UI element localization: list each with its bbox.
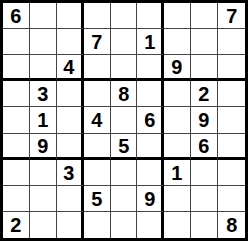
cell-r9c4[interactable] xyxy=(84,212,111,238)
cell-r3c2[interactable] xyxy=(30,55,57,81)
cell-r5c1[interactable] xyxy=(3,107,30,133)
cell-r2c3[interactable] xyxy=(57,29,84,55)
cell-r7c5[interactable] xyxy=(111,160,138,186)
cell-r9c1[interactable]: 2 xyxy=(3,212,30,238)
cell-r2c2[interactable] xyxy=(30,29,57,55)
cell-r8c4[interactable]: 5 xyxy=(84,186,111,212)
cell-r6c3[interactable] xyxy=(57,134,84,160)
cell-r3c9[interactable] xyxy=(218,55,245,81)
cell-r6c2[interactable]: 9 xyxy=(30,134,57,160)
cell-r2c4[interactable]: 7 xyxy=(84,29,111,55)
cell-r5c5[interactable] xyxy=(111,107,138,133)
cell-r8c7[interactable] xyxy=(164,186,191,212)
given-digit: 6 xyxy=(10,5,21,26)
cell-r9c9[interactable]: 8 xyxy=(218,212,245,238)
cell-r4c8[interactable]: 2 xyxy=(191,81,218,107)
cell-r9c2[interactable] xyxy=(30,212,57,238)
given-digit: 2 xyxy=(199,83,210,104)
cell-r2c1[interactable] xyxy=(3,29,30,55)
given-digit: 7 xyxy=(226,5,237,26)
cell-r9c3[interactable] xyxy=(57,212,84,238)
cell-r2c6[interactable]: 1 xyxy=(137,29,164,55)
cell-r2c5[interactable] xyxy=(111,29,138,55)
cell-r4c4[interactable] xyxy=(84,81,111,107)
cell-r1c5[interactable] xyxy=(111,3,138,29)
cell-r1c3[interactable] xyxy=(57,3,84,29)
cell-r7c1[interactable] xyxy=(3,160,30,186)
cell-r6c8[interactable]: 6 xyxy=(191,134,218,160)
cell-r6c6[interactable] xyxy=(137,134,164,160)
cell-r1c8[interactable] xyxy=(191,3,218,29)
cell-r3c6[interactable] xyxy=(137,55,164,81)
cell-r3c3[interactable]: 4 xyxy=(57,55,84,81)
given-digit: 1 xyxy=(37,109,48,130)
cell-r6c1[interactable] xyxy=(3,134,30,160)
given-digit: 3 xyxy=(37,83,48,104)
cell-r6c4[interactable] xyxy=(84,134,111,160)
cell-r4c7[interactable] xyxy=(164,81,191,107)
cell-r1c6[interactable] xyxy=(137,3,164,29)
cell-r8c1[interactable] xyxy=(3,186,30,212)
given-digit: 1 xyxy=(172,162,183,183)
cell-r5c2[interactable]: 1 xyxy=(30,107,57,133)
cell-r5c6[interactable]: 6 xyxy=(137,107,164,133)
cell-r1c1[interactable]: 6 xyxy=(3,3,30,29)
cell-r8c6[interactable]: 9 xyxy=(137,186,164,212)
cell-r4c6[interactable] xyxy=(137,81,164,107)
cell-r8c5[interactable] xyxy=(111,186,138,212)
cell-r7c3[interactable]: 3 xyxy=(57,160,84,186)
given-digit: 6 xyxy=(199,135,210,156)
cell-r9c7[interactable] xyxy=(164,212,191,238)
cell-r5c3[interactable] xyxy=(57,107,84,133)
given-digit: 9 xyxy=(144,188,155,209)
cell-r1c2[interactable] xyxy=(30,3,57,29)
given-digit: 8 xyxy=(118,83,129,104)
cell-r9c8[interactable] xyxy=(191,212,218,238)
sudoku-board: 6771493821469956315928 xyxy=(0,0,248,241)
cell-r2c9[interactable] xyxy=(218,29,245,55)
cell-r5c4[interactable]: 4 xyxy=(84,107,111,133)
given-digit: 1 xyxy=(144,31,155,52)
cell-r4c9[interactable] xyxy=(218,81,245,107)
cell-r8c8[interactable] xyxy=(191,186,218,212)
given-digit: 4 xyxy=(63,56,74,77)
given-digit: 9 xyxy=(199,109,210,130)
cell-r7c2[interactable] xyxy=(30,160,57,186)
given-digit: 9 xyxy=(172,56,183,77)
cell-r7c4[interactable] xyxy=(84,160,111,186)
cell-r5c7[interactable] xyxy=(164,107,191,133)
given-digit: 5 xyxy=(91,188,102,209)
cell-r2c7[interactable] xyxy=(164,29,191,55)
cell-r3c1[interactable] xyxy=(3,55,30,81)
cell-r6c9[interactable] xyxy=(218,134,245,160)
cell-r3c5[interactable] xyxy=(111,55,138,81)
given-digit: 3 xyxy=(63,162,74,183)
cell-r9c5[interactable] xyxy=(111,212,138,238)
given-digit: 7 xyxy=(91,31,102,52)
cell-r4c5[interactable]: 8 xyxy=(111,81,138,107)
given-digit: 9 xyxy=(37,135,48,156)
cell-r4c3[interactable] xyxy=(57,81,84,107)
cell-r3c8[interactable] xyxy=(191,55,218,81)
cell-r5c8[interactable]: 9 xyxy=(191,107,218,133)
given-digit: 5 xyxy=(118,135,129,156)
cell-r6c5[interactable]: 5 xyxy=(111,134,138,160)
cell-r4c1[interactable] xyxy=(3,81,30,107)
cell-r8c2[interactable] xyxy=(30,186,57,212)
cell-r3c4[interactable] xyxy=(84,55,111,81)
cell-r5c9[interactable] xyxy=(218,107,245,133)
cell-r3c7[interactable]: 9 xyxy=(164,55,191,81)
given-digit: 2 xyxy=(10,214,21,235)
given-digit: 4 xyxy=(91,109,102,130)
cell-r1c7[interactable] xyxy=(164,3,191,29)
cell-r8c3[interactable] xyxy=(57,186,84,212)
cell-r7c8[interactable] xyxy=(191,160,218,186)
cell-r8c9[interactable] xyxy=(218,186,245,212)
cell-r7c7[interactable]: 1 xyxy=(164,160,191,186)
cell-r1c4[interactable] xyxy=(84,3,111,29)
given-digit: 8 xyxy=(226,214,237,235)
cell-r6c7[interactable] xyxy=(164,134,191,160)
cell-r7c6[interactable] xyxy=(137,160,164,186)
given-digit: 6 xyxy=(144,109,155,130)
cell-r4c2[interactable]: 3 xyxy=(30,81,57,107)
cell-r1c9[interactable]: 7 xyxy=(218,3,245,29)
cell-r2c8[interactable] xyxy=(191,29,218,55)
cell-r9c6[interactable] xyxy=(137,212,164,238)
cell-r7c9[interactable] xyxy=(218,160,245,186)
